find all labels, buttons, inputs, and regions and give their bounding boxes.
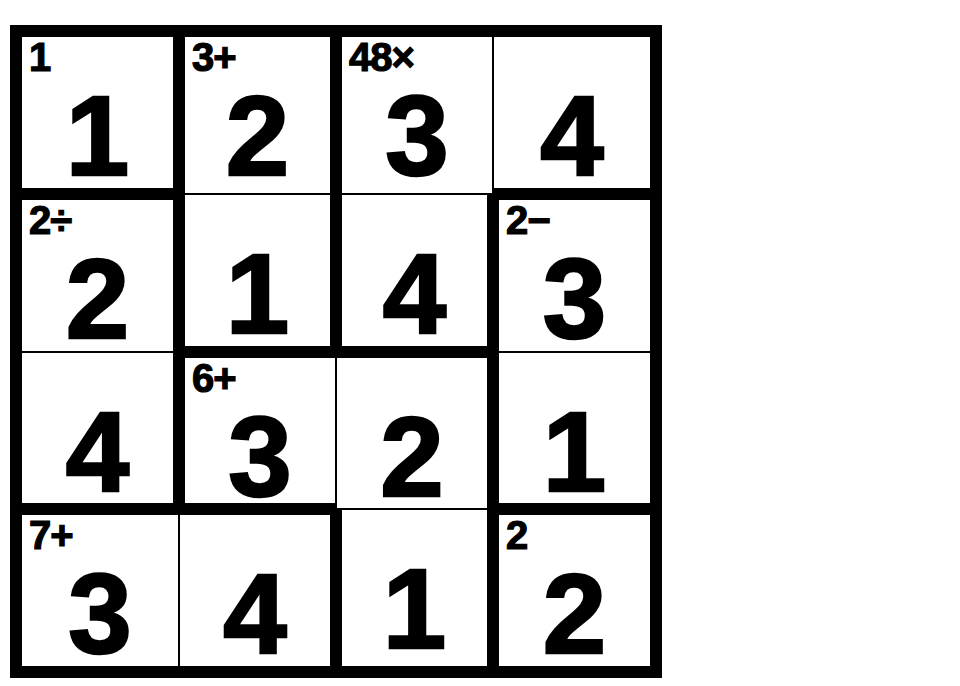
- kenken-page: 1 1 3+ 2 48× 3 4 2÷ 2 1 4 2− 3: [0, 0, 960, 686]
- cell-r2c3[interactable]: 1: [493, 352, 650, 509]
- cell-value: 3: [185, 400, 335, 509]
- cell-r0c2[interactable]: 48× 3: [336, 37, 493, 194]
- cell-value: 3: [499, 242, 650, 351]
- cell-value: 2: [499, 557, 650, 666]
- kenken-board: 1 1 3+ 2 48× 3 4 2÷ 2 1 4 2− 3: [10, 25, 662, 678]
- cell-r0c3[interactable]: 4: [493, 37, 650, 194]
- cell-value: 4: [22, 395, 173, 509]
- cell-r2c1[interactable]: 6+ 3: [179, 352, 336, 509]
- cell-value: 3: [22, 557, 178, 666]
- cell-r3c2[interactable]: 1: [336, 509, 493, 666]
- cell-r2c2[interactable]: 2: [336, 352, 493, 509]
- cell-value: 3: [342, 79, 492, 194]
- cell-r3c0[interactable]: 7+ 3: [22, 509, 179, 666]
- cell-value: 2: [337, 400, 487, 509]
- cell-value: 1: [499, 395, 650, 509]
- cell-value: 4: [494, 79, 650, 194]
- cell-r3c3[interactable]: 2 2: [493, 509, 650, 666]
- cell-r0c1[interactable]: 3+ 2: [179, 37, 336, 194]
- cell-value: 2: [22, 242, 173, 351]
- cell-value: 1: [22, 79, 173, 194]
- cell-r1c0[interactable]: 2÷ 2: [22, 194, 179, 351]
- cell-r2c0[interactable]: 4: [22, 352, 179, 509]
- cell-r0c0[interactable]: 1 1: [22, 37, 179, 194]
- cell-value: 4: [342, 237, 487, 351]
- cell-r3c1[interactable]: 4: [179, 509, 336, 666]
- cell-value: 4: [180, 557, 330, 666]
- cell-value: 1: [342, 552, 487, 666]
- cell-r1c1[interactable]: 1: [179, 194, 336, 351]
- cell-value: 2: [185, 79, 330, 194]
- cell-value: 1: [185, 237, 330, 351]
- cell-r1c3[interactable]: 2− 3: [493, 194, 650, 351]
- cell-r1c2[interactable]: 4: [336, 194, 493, 351]
